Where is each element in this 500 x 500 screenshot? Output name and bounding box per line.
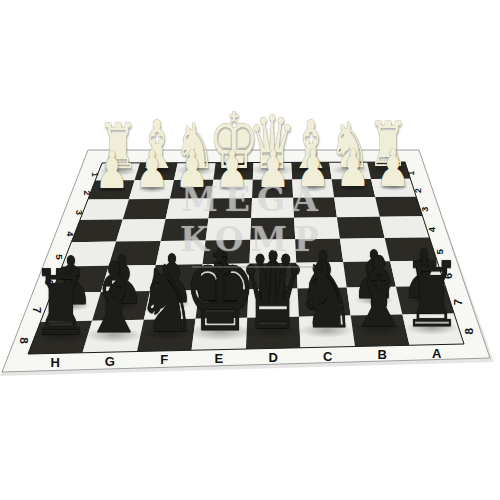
square-g3 bbox=[123, 199, 170, 220]
square-a8 bbox=[402, 313, 464, 345]
square-e2 bbox=[211, 180, 253, 199]
rank-label-left-6: 6 bbox=[43, 279, 54, 285]
file-label-top-B: B bbox=[345, 153, 350, 159]
file-label-top-A: A bbox=[383, 153, 388, 159]
square-f6 bbox=[150, 264, 203, 291]
square-d8 bbox=[246, 317, 301, 349]
file-label-G: G bbox=[105, 354, 115, 369]
square-d6 bbox=[248, 263, 297, 290]
rank-label-left-7: 7 bbox=[31, 307, 43, 313]
rank-label-right-6: 6 bbox=[443, 273, 454, 279]
square-a6 bbox=[390, 261, 445, 287]
square-b6 bbox=[343, 261, 396, 287]
square-b3 bbox=[334, 197, 380, 217]
rank-label-right-1: 1 bbox=[407, 170, 416, 175]
square-g5 bbox=[109, 241, 161, 266]
square-a5 bbox=[385, 237, 437, 261]
square-b5 bbox=[340, 238, 390, 262]
file-label-E: E bbox=[214, 351, 223, 366]
square-g6 bbox=[101, 265, 156, 292]
square-b8 bbox=[351, 315, 410, 347]
square-a7 bbox=[396, 286, 454, 315]
square-b2 bbox=[332, 179, 376, 197]
rank-label-right-5: 5 bbox=[434, 248, 445, 254]
square-f7 bbox=[144, 290, 199, 320]
file-label-F: F bbox=[160, 352, 168, 367]
file-label-B: B bbox=[378, 347, 387, 362]
square-a2 bbox=[371, 179, 416, 197]
square-a1 bbox=[367, 162, 410, 179]
square-b1 bbox=[329, 162, 371, 179]
file-label-top-D: D bbox=[270, 153, 275, 159]
square-b4 bbox=[337, 217, 385, 239]
chess-set-photo: HGFEDCBA1122334455667788HGFEDCBA ♜♝♞♛♚♞♝… bbox=[0, 0, 500, 500]
file-label-D: D bbox=[269, 350, 278, 365]
square-e6 bbox=[199, 263, 249, 290]
rank-label-right-4: 4 bbox=[426, 226, 437, 232]
square-d5 bbox=[249, 239, 296, 263]
square-f5 bbox=[156, 240, 206, 265]
square-d4 bbox=[250, 218, 295, 240]
square-c6 bbox=[296, 262, 346, 288]
square-a4 bbox=[380, 216, 430, 238]
square-f2 bbox=[170, 180, 213, 199]
rank-label-left-4: 4 bbox=[65, 231, 76, 237]
rank-label-left-5: 5 bbox=[54, 254, 65, 260]
rank-label-left-3: 3 bbox=[74, 210, 84, 215]
square-d1 bbox=[253, 162, 292, 179]
file-label-top-H: H bbox=[119, 154, 123, 160]
square-g2 bbox=[129, 180, 174, 199]
square-f8 bbox=[137, 319, 196, 352]
file-label-top-E: E bbox=[233, 154, 237, 160]
square-c3 bbox=[293, 197, 337, 217]
square-c4 bbox=[294, 217, 340, 239]
square-f1 bbox=[174, 163, 216, 180]
square-d2 bbox=[252, 179, 293, 198]
square-g4 bbox=[116, 219, 166, 242]
rank-label-right-7: 7 bbox=[452, 299, 464, 305]
rank-label-right-3: 3 bbox=[420, 207, 430, 212]
file-label-top-C: C bbox=[307, 153, 312, 159]
square-e7 bbox=[196, 289, 249, 318]
rank-label-left-2: 2 bbox=[82, 190, 92, 195]
square-c5 bbox=[295, 239, 343, 263]
square-f4 bbox=[161, 219, 209, 241]
square-f3 bbox=[166, 198, 211, 219]
file-label-A: A bbox=[432, 346, 442, 361]
chess-board: HGFEDCBA1122334455667788HGFEDCBA bbox=[0, 0, 500, 500]
file-label-H: H bbox=[51, 355, 60, 370]
square-c1 bbox=[291, 162, 331, 179]
rank-label-left-8: 8 bbox=[18, 337, 31, 344]
square-d7 bbox=[247, 288, 299, 317]
square-g1 bbox=[135, 163, 178, 181]
square-e4 bbox=[206, 218, 252, 240]
square-c2 bbox=[292, 179, 334, 198]
file-label-C: C bbox=[323, 349, 333, 364]
square-e5 bbox=[203, 240, 251, 264]
square-e1 bbox=[213, 163, 253, 180]
square-b7 bbox=[347, 287, 403, 316]
square-e3 bbox=[208, 198, 252, 218]
square-d3 bbox=[251, 198, 294, 218]
square-h1 bbox=[95, 163, 140, 181]
file-label-top-G: G bbox=[156, 154, 161, 160]
rank-label-right-8: 8 bbox=[462, 328, 475, 335]
square-c8 bbox=[299, 316, 355, 348]
square-e8 bbox=[192, 318, 248, 351]
rank-label-left-1: 1 bbox=[90, 172, 99, 177]
file-label-top-F: F bbox=[195, 154, 199, 160]
square-a3 bbox=[375, 197, 422, 217]
square-g7 bbox=[92, 291, 150, 321]
square-g8 bbox=[83, 320, 144, 353]
square-h2 bbox=[88, 180, 135, 199]
rank-label-right-2: 2 bbox=[413, 188, 423, 193]
square-c7 bbox=[298, 288, 351, 317]
